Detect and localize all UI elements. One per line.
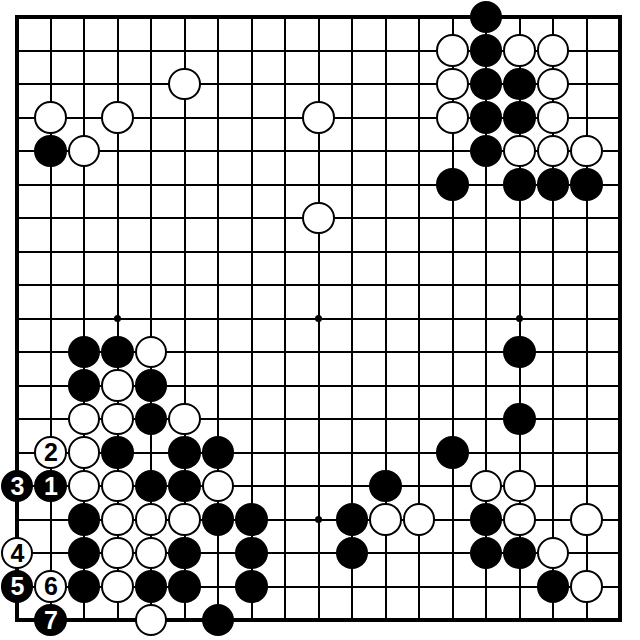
grid-line-vertical xyxy=(619,134,621,168)
grid-line-vertical xyxy=(16,134,18,168)
stone-white xyxy=(537,537,570,570)
grid-line-vertical xyxy=(83,201,85,235)
grid-line-vertical xyxy=(385,536,387,570)
grid-line-vertical xyxy=(284,67,286,101)
intersection-2-5 xyxy=(67,168,101,202)
stone-white xyxy=(537,68,570,101)
grid-line-vertical xyxy=(351,603,353,621)
intersection-2-1 xyxy=(67,34,101,68)
stone-white xyxy=(436,68,469,101)
intersection-0-1 xyxy=(0,34,34,68)
stone-white xyxy=(135,537,168,570)
move-3-stone-black: 3 xyxy=(1,470,34,503)
intersection-14-11 xyxy=(469,369,503,403)
stone-white xyxy=(68,403,101,436)
intersection-12-2 xyxy=(402,67,436,101)
intersection-4-4 xyxy=(134,134,168,168)
intersection-18-18 xyxy=(603,603,637,637)
grid-line-vertical xyxy=(150,16,152,34)
grid-line-vertical xyxy=(16,268,18,302)
intersection-13-17 xyxy=(436,570,470,604)
intersection-4-9 xyxy=(134,302,168,336)
intersection-9-11 xyxy=(302,369,336,403)
grid-line-vertical xyxy=(251,436,253,470)
intersection-8-12 xyxy=(268,402,302,436)
star-point xyxy=(315,516,322,523)
intersection-16-8 xyxy=(536,268,570,302)
intersection-11-3 xyxy=(369,101,403,135)
grid-line-vertical xyxy=(217,16,219,34)
intersection-12-5 xyxy=(402,168,436,202)
grid-line-vertical xyxy=(586,67,588,101)
intersection-1-12 xyxy=(34,402,68,436)
intersection-9-15 xyxy=(302,503,336,537)
grid-line-vertical xyxy=(184,369,186,403)
grid-line-vertical xyxy=(619,402,621,436)
intersection-18-6 xyxy=(603,201,637,235)
intersection-7-3 xyxy=(235,101,269,135)
intersection-2-18 xyxy=(67,603,101,637)
grid-line-vertical xyxy=(184,302,186,336)
move-number-label: 1 xyxy=(44,474,57,499)
intersection-16-7 xyxy=(536,235,570,269)
grid-line-vertical xyxy=(619,201,621,235)
stone-black xyxy=(503,537,536,570)
grid-line-vertical xyxy=(318,335,320,369)
stone-white xyxy=(570,503,603,536)
intersection-12-11 xyxy=(402,369,436,403)
stone-white xyxy=(503,470,536,503)
stone-black xyxy=(135,403,168,436)
intersection-2-6 xyxy=(67,201,101,235)
grid-line-vertical xyxy=(385,16,387,34)
intersection-2-7 xyxy=(67,235,101,269)
grid-line-vertical xyxy=(586,402,588,436)
stone-white xyxy=(168,403,201,436)
grid-line-vertical xyxy=(184,201,186,235)
intersection-4-13 xyxy=(134,436,168,470)
grid-line-vertical xyxy=(619,369,621,403)
intersection-1-11 xyxy=(34,369,68,403)
intersection-8-5 xyxy=(268,168,302,202)
stone-white xyxy=(101,503,134,536)
grid-line-vertical xyxy=(284,201,286,235)
grid-line-vertical xyxy=(351,436,353,470)
grid-line-vertical xyxy=(485,201,487,235)
intersection-8-1 xyxy=(268,34,302,68)
grid-line-vertical xyxy=(50,268,52,302)
intersection-6-7 xyxy=(201,235,235,269)
grid-line-vertical xyxy=(485,402,487,436)
intersection-6-14 xyxy=(201,469,235,503)
grid-line-vertical xyxy=(351,134,353,168)
intersection-15-10 xyxy=(503,335,537,369)
intersection-18-7 xyxy=(603,235,637,269)
intersection-13-4 xyxy=(436,134,470,168)
grid-line-vertical xyxy=(284,436,286,470)
intersection-16-6 xyxy=(536,201,570,235)
stone-black xyxy=(68,336,101,369)
intersection-10-12 xyxy=(335,402,369,436)
grid-line-vertical xyxy=(16,168,18,202)
grid-line-vertical xyxy=(284,268,286,302)
grid-line-vertical xyxy=(351,235,353,269)
stone-black xyxy=(202,604,235,637)
intersection-17-9 xyxy=(570,302,604,336)
grid-line-vertical xyxy=(452,536,454,570)
intersection-5-15 xyxy=(168,503,202,537)
intersection-4-2 xyxy=(134,67,168,101)
stone-black xyxy=(436,168,469,201)
intersection-5-18 xyxy=(168,603,202,637)
grid-line-horizontal xyxy=(16,16,34,18)
intersection-16-16 xyxy=(536,536,570,570)
grid-line-vertical xyxy=(586,201,588,235)
grid-line-vertical xyxy=(284,503,286,537)
grid-line-vertical xyxy=(385,369,387,403)
stone-white xyxy=(503,34,536,67)
grid-line-vertical xyxy=(318,536,320,570)
intersection-1-16 xyxy=(34,536,68,570)
stone-black xyxy=(537,570,570,603)
intersection-17-5 xyxy=(570,168,604,202)
grid-line-vertical xyxy=(619,603,621,621)
grid-line-vertical xyxy=(318,603,320,621)
grid-line-vertical xyxy=(418,436,420,470)
intersection-9-8 xyxy=(302,268,336,302)
intersection-0-2 xyxy=(0,67,34,101)
grid-line-vertical xyxy=(318,67,320,101)
intersection-13-7 xyxy=(436,235,470,269)
stone-white xyxy=(101,369,134,402)
grid-line-vertical xyxy=(217,268,219,302)
intersection-5-8 xyxy=(168,268,202,302)
grid-line-vertical xyxy=(16,603,18,621)
grid-line-vertical xyxy=(251,603,253,621)
intersection-17-12 xyxy=(570,402,604,436)
grid-line-vertical xyxy=(418,369,420,403)
intersection-10-3 xyxy=(335,101,369,135)
intersection-15-13 xyxy=(503,436,537,470)
stone-white xyxy=(202,470,235,503)
intersection-16-17 xyxy=(536,570,570,604)
intersection-13-8 xyxy=(436,268,470,302)
grid-line-vertical xyxy=(184,268,186,302)
stone-black xyxy=(503,336,536,369)
grid-line-vertical xyxy=(318,402,320,436)
intersection-17-4 xyxy=(570,134,604,168)
grid-line-vertical xyxy=(284,335,286,369)
grid-line-vertical xyxy=(318,235,320,269)
grid-line-vertical xyxy=(284,134,286,168)
intersection-16-14 xyxy=(536,469,570,503)
grid-line-vertical xyxy=(217,134,219,168)
intersection-14-4 xyxy=(469,134,503,168)
grid-line-vertical xyxy=(552,603,554,621)
intersection-7-2 xyxy=(235,67,269,101)
grid-line-vertical xyxy=(251,402,253,436)
intersection-17-7 xyxy=(570,235,604,269)
intersection-15-16 xyxy=(503,536,537,570)
stone-black xyxy=(503,68,536,101)
intersection-16-2 xyxy=(536,67,570,101)
intersection-16-15 xyxy=(536,503,570,537)
stone-black xyxy=(336,503,369,536)
intersection-16-0 xyxy=(536,0,570,34)
grid-line-vertical xyxy=(586,101,588,135)
grid-line-vertical xyxy=(16,67,18,101)
grid-line-vertical xyxy=(519,570,521,604)
stone-white xyxy=(34,101,67,134)
stone-white xyxy=(101,537,134,570)
intersection-15-14 xyxy=(503,469,537,503)
grid-line-vertical xyxy=(117,16,119,34)
intersection-13-12 xyxy=(436,402,470,436)
grid-line-vertical xyxy=(452,235,454,269)
grid-line-vertical xyxy=(418,402,420,436)
intersection-8-13 xyxy=(268,436,302,470)
intersection-4-1 xyxy=(134,34,168,68)
intersection-2-10 xyxy=(67,335,101,369)
grid-line-vertical xyxy=(586,16,588,34)
grid-line-vertical xyxy=(452,469,454,503)
grid-line-vertical xyxy=(385,302,387,336)
stone-white xyxy=(168,68,201,101)
grid-line-vertical xyxy=(184,168,186,202)
grid-line-vertical xyxy=(619,16,621,34)
grid-line-vertical xyxy=(318,369,320,403)
grid-line-vertical xyxy=(586,536,588,570)
intersection-2-17 xyxy=(67,570,101,604)
intersection-13-14 xyxy=(436,469,470,503)
stone-black xyxy=(503,168,536,201)
grid-line-horizontal xyxy=(16,452,34,454)
intersection-1-5 xyxy=(34,168,68,202)
intersection-9-18 xyxy=(302,603,336,637)
grid-line-vertical xyxy=(83,603,85,621)
grid-line-vertical xyxy=(385,201,387,235)
intersection-4-10 xyxy=(134,335,168,369)
intersection-18-16 xyxy=(603,536,637,570)
intersection-13-3 xyxy=(436,101,470,135)
grid-line-vertical xyxy=(385,67,387,101)
intersection-12-16 xyxy=(402,536,436,570)
intersection-0-17: 5 xyxy=(0,570,34,604)
stone-white xyxy=(302,202,335,235)
intersection-8-0 xyxy=(268,0,302,34)
grid-line-vertical xyxy=(351,302,353,336)
intersection-13-18 xyxy=(436,603,470,637)
intersection-5-14 xyxy=(168,469,202,503)
intersection-15-8 xyxy=(503,268,537,302)
stone-black xyxy=(168,436,201,469)
grid-line-vertical xyxy=(485,302,487,336)
stone-black xyxy=(503,403,536,436)
grid-line-vertical xyxy=(452,369,454,403)
intersection-3-11 xyxy=(101,369,135,403)
intersection-3-4 xyxy=(101,134,135,168)
intersection-4-5 xyxy=(134,168,168,202)
intersection-13-16 xyxy=(436,536,470,570)
intersection-3-8 xyxy=(101,268,135,302)
intersection-12-17 xyxy=(402,570,436,604)
grid-line-vertical xyxy=(385,235,387,269)
grid-line-vertical xyxy=(385,34,387,68)
intersection-7-7 xyxy=(235,235,269,269)
grid-line-vertical xyxy=(552,201,554,235)
grid-line-vertical xyxy=(251,168,253,202)
grid-line-vertical xyxy=(184,235,186,269)
grid-line-vertical xyxy=(586,369,588,403)
grid-line-vertical xyxy=(184,16,186,34)
grid-line-vertical xyxy=(83,34,85,68)
intersection-17-10 xyxy=(570,335,604,369)
intersection-15-0 xyxy=(503,0,537,34)
grid-line-vertical xyxy=(452,302,454,336)
intersection-10-5 xyxy=(335,168,369,202)
intersection-18-5 xyxy=(603,168,637,202)
grid-line-vertical xyxy=(452,402,454,436)
intersection-15-11 xyxy=(503,369,537,403)
grid-line-vertical xyxy=(586,436,588,470)
intersection-5-9 xyxy=(168,302,202,336)
intersection-3-9 xyxy=(101,302,135,336)
grid-line-vertical xyxy=(150,134,152,168)
intersection-12-1 xyxy=(402,34,436,68)
intersection-8-8 xyxy=(268,268,302,302)
grid-line-vertical xyxy=(251,16,253,34)
intersection-3-10 xyxy=(101,335,135,369)
intersection-7-0 xyxy=(235,0,269,34)
intersection-18-9 xyxy=(603,302,637,336)
intersection-1-7 xyxy=(34,235,68,269)
intersection-14-18 xyxy=(469,603,503,637)
stone-white xyxy=(135,604,168,637)
grid-line-vertical xyxy=(251,302,253,336)
grid-line-vertical xyxy=(284,34,286,68)
intersection-1-0 xyxy=(34,0,68,34)
intersection-13-6 xyxy=(436,201,470,235)
intersection-6-8 xyxy=(201,268,235,302)
intersection-11-15 xyxy=(369,503,403,537)
intersection-10-16 xyxy=(335,536,369,570)
intersection-0-0 xyxy=(0,0,34,34)
grid-line-vertical xyxy=(150,268,152,302)
intersection-10-17 xyxy=(335,570,369,604)
grid-line-vertical xyxy=(50,168,52,202)
intersection-12-13 xyxy=(402,436,436,470)
intersection-4-0 xyxy=(134,0,168,34)
grid-line-vertical xyxy=(318,168,320,202)
grid-line-vertical xyxy=(284,101,286,135)
grid-line-vertical xyxy=(552,436,554,470)
intersection-6-12 xyxy=(201,402,235,436)
grid-line-vertical xyxy=(318,436,320,470)
intersection-12-6 xyxy=(402,201,436,235)
intersection-17-2 xyxy=(570,67,604,101)
intersection-8-9 xyxy=(268,302,302,336)
move-number-label: 3 xyxy=(11,474,24,499)
intersection-16-9 xyxy=(536,302,570,336)
intersection-1-8 xyxy=(34,268,68,302)
intersection-10-14 xyxy=(335,469,369,503)
grid-line-vertical xyxy=(83,168,85,202)
intersection-6-15 xyxy=(201,503,235,537)
grid-line-vertical xyxy=(519,201,521,235)
intersection-0-9 xyxy=(0,302,34,336)
grid-line-vertical xyxy=(251,369,253,403)
intersection-9-0 xyxy=(302,0,336,34)
grid-line-horizontal xyxy=(16,117,34,119)
grid-line-vertical xyxy=(385,335,387,369)
grid-line-horizontal xyxy=(16,83,34,85)
intersection-14-0 xyxy=(469,0,503,34)
intersection-11-2 xyxy=(369,67,403,101)
grid-line-vertical xyxy=(251,201,253,235)
intersection-13-9 xyxy=(436,302,470,336)
intersection-11-17 xyxy=(369,570,403,604)
intersection-10-10 xyxy=(335,335,369,369)
intersection-18-11 xyxy=(603,369,637,403)
grid-line-vertical xyxy=(485,603,487,621)
intersection-1-6 xyxy=(34,201,68,235)
intersection-2-4 xyxy=(67,134,101,168)
intersection-7-18 xyxy=(235,603,269,637)
stone-white xyxy=(101,470,134,503)
grid-line-vertical xyxy=(16,34,18,68)
intersection-9-3 xyxy=(302,101,336,135)
intersection-0-16: 4 xyxy=(0,536,34,570)
intersection-6-5 xyxy=(201,168,235,202)
intersection-9-13 xyxy=(302,436,336,470)
grid-line-vertical xyxy=(619,302,621,336)
intersection-11-10 xyxy=(369,335,403,369)
intersection-12-9 xyxy=(402,302,436,336)
intersection-11-6 xyxy=(369,201,403,235)
intersection-3-17 xyxy=(101,570,135,604)
stone-black xyxy=(336,537,369,570)
intersection-12-7 xyxy=(402,235,436,269)
stone-white xyxy=(436,34,469,67)
stone-black xyxy=(470,537,503,570)
grid-line-vertical xyxy=(418,469,420,503)
intersection-10-6 xyxy=(335,201,369,235)
grid-line-vertical xyxy=(251,469,253,503)
grid-line-vertical xyxy=(385,603,387,621)
stone-white xyxy=(570,570,603,603)
intersection-9-12 xyxy=(302,402,336,436)
grid-line-vertical xyxy=(619,268,621,302)
grid-line-vertical xyxy=(50,503,52,537)
grid-line-vertical xyxy=(117,201,119,235)
stone-white xyxy=(537,135,570,168)
intersection-3-12 xyxy=(101,402,135,436)
intersection-15-6 xyxy=(503,201,537,235)
grid-line-vertical xyxy=(150,201,152,235)
intersection-13-10 xyxy=(436,335,470,369)
intersection-6-13 xyxy=(201,436,235,470)
grid-line-vertical xyxy=(619,235,621,269)
stone-black xyxy=(168,570,201,603)
stone-black xyxy=(135,470,168,503)
grid-line-vertical xyxy=(485,168,487,202)
intersection-17-3 xyxy=(570,101,604,135)
stone-black xyxy=(537,168,570,201)
intersection-15-9 xyxy=(503,302,537,336)
grid-line-vertical xyxy=(217,235,219,269)
intersection-0-5 xyxy=(0,168,34,202)
intersection-10-2 xyxy=(335,67,369,101)
